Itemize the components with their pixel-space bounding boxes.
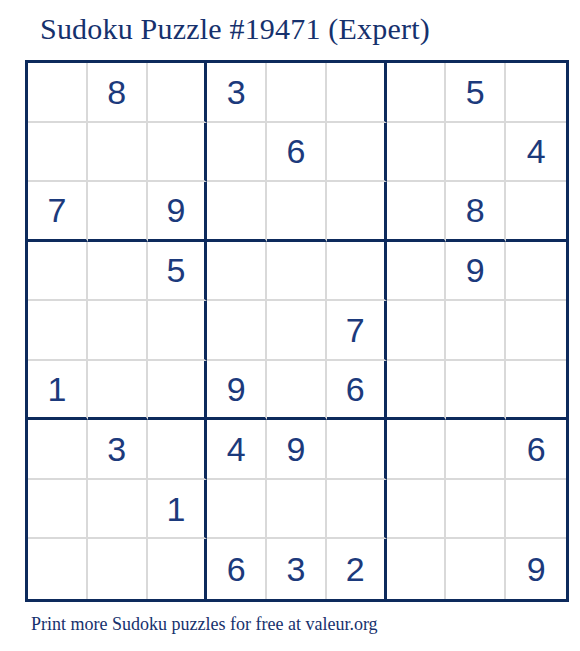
- cell-r7c2: 3: [88, 420, 148, 480]
- cell-r8c5: [267, 480, 327, 540]
- cell-r7c7: [387, 420, 447, 480]
- cell-r4c2: [88, 242, 148, 302]
- cell-r3c3: 9: [148, 182, 208, 242]
- cell-r4c5: [267, 242, 327, 302]
- cell-r6c5: [267, 361, 327, 421]
- cell-r5c9: [506, 301, 566, 361]
- cell-r9c1: [28, 539, 88, 599]
- cell-r9c8: [446, 539, 506, 599]
- cell-r4c3: 5: [148, 242, 208, 302]
- cell-r8c1: [28, 480, 88, 540]
- cell-r7c4: 4: [207, 420, 267, 480]
- cell-r1c5: [267, 63, 327, 123]
- cell-r2c7: [387, 123, 447, 183]
- cell-r2c9: 4: [506, 123, 566, 183]
- cell-r9c3: [148, 539, 208, 599]
- cell-r4c8: 9: [446, 242, 506, 302]
- cell-r5c3: [148, 301, 208, 361]
- cell-r5c5: [267, 301, 327, 361]
- cell-r8c3: 1: [148, 480, 208, 540]
- cell-r6c3: [148, 361, 208, 421]
- cell-r5c1: [28, 301, 88, 361]
- cell-r8c7: [387, 480, 447, 540]
- cell-r3c2: [88, 182, 148, 242]
- cell-r6c1: 1: [28, 361, 88, 421]
- cell-r8c9: [506, 480, 566, 540]
- cell-r3c4: [207, 182, 267, 242]
- cell-r7c5: 9: [267, 420, 327, 480]
- cell-r3c7: [387, 182, 447, 242]
- cell-r7c6: [327, 420, 387, 480]
- cell-r9c4: 6: [207, 539, 267, 599]
- cell-r8c4: [207, 480, 267, 540]
- cell-r2c1: [28, 123, 88, 183]
- cell-r4c1: [28, 242, 88, 302]
- cell-r7c8: [446, 420, 506, 480]
- cell-r6c6: 6: [327, 361, 387, 421]
- cell-r5c8: [446, 301, 506, 361]
- cell-r1c4: 3: [207, 63, 267, 123]
- cell-r3c1: 7: [28, 182, 88, 242]
- cell-r2c4: [207, 123, 267, 183]
- cell-r4c6: [327, 242, 387, 302]
- cell-r2c8: [446, 123, 506, 183]
- footer-text: Print more Sudoku puzzles for free at va…: [31, 614, 378, 635]
- cell-r1c8: 5: [446, 63, 506, 123]
- cell-r1c1: [28, 63, 88, 123]
- sudoku-board: 83564798597196349616329: [25, 60, 569, 602]
- cell-r9c5: 3: [267, 539, 327, 599]
- cell-r4c9: [506, 242, 566, 302]
- cell-r2c3: [148, 123, 208, 183]
- page-title: Sudoku Puzzle #19471 (Expert): [40, 12, 430, 46]
- cell-r7c1: [28, 420, 88, 480]
- cell-r2c5: 6: [267, 123, 327, 183]
- cell-r2c2: [88, 123, 148, 183]
- cell-r3c5: [267, 182, 327, 242]
- cell-r5c7: [387, 301, 447, 361]
- cell-r5c2: [88, 301, 148, 361]
- cell-r6c9: [506, 361, 566, 421]
- cell-r6c7: [387, 361, 447, 421]
- cell-r9c6: 2: [327, 539, 387, 599]
- cell-r3c8: 8: [446, 182, 506, 242]
- cell-r1c9: [506, 63, 566, 123]
- cell-r8c8: [446, 480, 506, 540]
- cell-r7c3: [148, 420, 208, 480]
- cell-r4c4: [207, 242, 267, 302]
- cell-r1c2: 8: [88, 63, 148, 123]
- cell-r3c9: [506, 182, 566, 242]
- cell-r9c9: 9: [506, 539, 566, 599]
- cell-r6c2: [88, 361, 148, 421]
- cell-r7c9: 6: [506, 420, 566, 480]
- cell-r6c4: 9: [207, 361, 267, 421]
- cell-r8c2: [88, 480, 148, 540]
- cell-r5c6: 7: [327, 301, 387, 361]
- cell-r5c4: [207, 301, 267, 361]
- cell-r6c8: [446, 361, 506, 421]
- cell-r2c6: [327, 123, 387, 183]
- cell-r1c6: [327, 63, 387, 123]
- cell-r9c2: [88, 539, 148, 599]
- cell-r3c6: [327, 182, 387, 242]
- cell-r1c3: [148, 63, 208, 123]
- cell-r9c7: [387, 539, 447, 599]
- cell-r8c6: [327, 480, 387, 540]
- cell-r4c7: [387, 242, 447, 302]
- cell-r1c7: [387, 63, 447, 123]
